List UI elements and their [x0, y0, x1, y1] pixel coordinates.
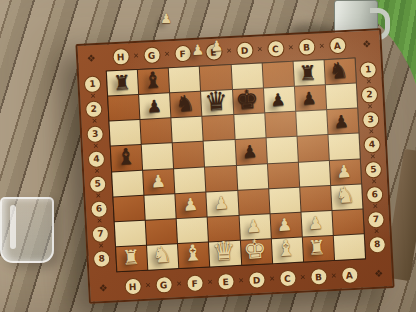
square-h6[interactable]	[113, 195, 144, 221]
rank-label-left-4: 4	[87, 150, 105, 168]
rank-label-right-5: 5	[364, 160, 382, 178]
light-bishop-c8[interactable]: ♝	[275, 237, 296, 260]
square-f5[interactable]	[174, 167, 205, 193]
square-e5[interactable]	[205, 165, 236, 191]
border-knot-decoration: ✕	[145, 282, 151, 290]
square-f7[interactable]	[177, 217, 208, 243]
captured-light-pawn-0[interactable]: ♟	[191, 42, 204, 57]
square-b4[interactable]	[297, 135, 328, 161]
file-label-top-A: A	[328, 37, 346, 55]
file-label-bottom-B: B	[309, 268, 327, 286]
square-a7[interactable]	[332, 209, 363, 235]
light-bishop-f8[interactable]: ♝	[183, 242, 204, 265]
border-corner-rosette: ❖	[86, 53, 96, 64]
light-pawn-f6[interactable]: ♟	[182, 196, 198, 214]
drinking-glass	[0, 197, 54, 263]
glass-highlight	[10, 205, 16, 249]
rank-label-right-2: 2	[361, 85, 379, 103]
border-knot-decoration: ✕	[288, 44, 294, 52]
border-knot-decoration: ✕	[368, 128, 374, 136]
square-c6[interactable]	[269, 187, 300, 213]
square-c1[interactable]	[262, 62, 293, 88]
square-b6[interactable]	[300, 186, 331, 212]
file-label-bottom-E: E	[217, 273, 235, 291]
border-knot-decoration: ✕	[366, 78, 372, 86]
square-g7[interactable]	[146, 219, 177, 245]
square-g4[interactable]	[142, 144, 173, 170]
square-a4[interactable]	[328, 134, 359, 160]
file-label-bottom-A: A	[340, 266, 358, 284]
file-label-top-D: D	[236, 41, 254, 59]
square-e3[interactable]	[203, 115, 234, 141]
border-knot-decoration: ✕	[97, 217, 103, 225]
table-captured-light-pawn-0[interactable]: ♟	[160, 12, 172, 25]
border-corner-rosette: ❖	[374, 268, 384, 279]
square-h2[interactable]	[108, 95, 139, 121]
rank-label-left-5: 5	[89, 175, 107, 193]
border-knot-decoration: ✕	[176, 280, 182, 288]
rank-label-left-6: 6	[90, 200, 108, 218]
dark-knight-a1[interactable]: ♞	[328, 59, 349, 82]
border-knot-decoration: ✕	[331, 272, 337, 280]
square-h7[interactable]	[115, 221, 146, 247]
square-h5[interactable]	[112, 170, 143, 196]
light-queen-e8[interactable]: ♛	[212, 237, 237, 264]
file-label-bottom-D: D	[248, 271, 266, 289]
square-c4[interactable]	[266, 137, 297, 163]
border-knot-decoration: ✕	[226, 47, 232, 55]
chess-board[interactable]: HH11✕✕✕✕GG22✕✕✕✕FF33✕✕✕✕EE44✕✕✕✕DD55✕✕✕✕…	[75, 28, 394, 304]
border-knot-decoration: ✕	[238, 277, 244, 285]
border-knot-decoration: ✕	[269, 275, 275, 283]
dark-queen-e2[interactable]: ♛	[204, 88, 229, 115]
border-knot-decoration: ✕	[98, 242, 104, 250]
square-g3[interactable]	[141, 119, 172, 145]
light-pawn-e6[interactable]: ♟	[213, 194, 229, 212]
file-label-bottom-H: H	[124, 278, 142, 296]
square-d3[interactable]	[234, 114, 265, 140]
square-f3[interactable]	[172, 117, 203, 143]
rank-label-right-3: 3	[362, 110, 380, 128]
light-pawn-a5[interactable]: ♟	[336, 163, 352, 181]
dark-rook-h1[interactable]: ♜	[113, 72, 132, 93]
square-d6[interactable]	[238, 189, 269, 215]
outdoor-scene: HH11✕✕✕✕GG22✕✕✕✕FF33✕✕✕✕EE44✕✕✕✕DD55✕✕✕✕…	[0, 0, 416, 312]
border-knot-decoration: ✕	[94, 167, 100, 175]
light-pawn-b7[interactable]: ♟	[308, 215, 324, 233]
rank-label-right-4: 4	[363, 135, 381, 153]
rank-label-left-1: 1	[84, 75, 102, 93]
rank-label-left-3: 3	[86, 125, 104, 143]
dark-pawn-c2[interactable]: ♟	[270, 91, 286, 109]
file-label-top-G: G	[143, 46, 161, 64]
rank-label-left-8: 8	[93, 250, 111, 268]
border-knot-decoration: ✕	[207, 278, 213, 286]
file-label-bottom-F: F	[186, 274, 204, 292]
light-king-d8[interactable]: ♚	[243, 236, 268, 263]
dark-knight-f2[interactable]: ♞	[175, 92, 196, 115]
captured-light-pawn-1[interactable]: ♟	[210, 38, 223, 53]
rank-label-right-8: 8	[368, 235, 386, 253]
light-rook-b8[interactable]: ♜	[307, 237, 326, 258]
dark-bishop-h4[interactable]: ♝	[115, 145, 136, 168]
border-knot-decoration: ✕	[319, 42, 325, 50]
light-pawn-g5[interactable]: ♟	[150, 173, 166, 191]
border-knot-decoration: ✕	[164, 50, 170, 58]
square-b5[interactable]	[299, 161, 330, 187]
square-f4[interactable]	[173, 142, 204, 168]
file-label-bottom-G: G	[155, 276, 173, 294]
border-knot-decoration: ✕	[133, 52, 139, 60]
light-rook-h8[interactable]: ♜	[122, 247, 141, 268]
square-a2[interactable]	[326, 84, 357, 110]
dark-king-d2[interactable]: ♚	[235, 86, 260, 113]
border-knot-decoration: ✕	[93, 142, 99, 150]
square-b3[interactable]	[296, 110, 327, 136]
file-label-top-F: F	[174, 45, 192, 63]
border-corner-rosette: ❖	[98, 282, 108, 293]
border-knot-decoration: ✕	[372, 203, 378, 211]
border-corner-rosette: ❖	[362, 38, 372, 49]
light-knight-g8[interactable]: ♞	[152, 244, 173, 267]
light-pawn-c7[interactable]: ♟	[277, 216, 293, 234]
dark-bishop-g1[interactable]: ♝	[142, 69, 163, 92]
rank-label-left-2: 2	[85, 100, 103, 118]
border-knot-decoration: ✕	[373, 228, 379, 236]
square-c5[interactable]	[268, 162, 299, 188]
border-knot-decoration: ✕	[257, 45, 263, 53]
dark-pawn-a3[interactable]: ♟	[333, 113, 349, 131]
border-knot-decoration: ✕	[300, 273, 306, 281]
square-d5[interactable]	[236, 164, 267, 190]
square-e4[interactable]	[204, 140, 235, 166]
dark-pawn-d4[interactable]: ♟	[242, 143, 258, 161]
light-pawn-d7[interactable]: ♟	[246, 218, 262, 236]
file-label-bottom-C: C	[279, 269, 297, 287]
square-a8[interactable]	[334, 234, 365, 260]
border-knot-decoration: ✕	[95, 192, 101, 200]
file-label-top-B: B	[297, 38, 315, 56]
file-label-top-H: H	[112, 48, 130, 66]
square-f1[interactable]	[169, 67, 200, 93]
dark-pawn-b2[interactable]: ♟	[301, 90, 317, 108]
border-knot-decoration: ✕	[91, 117, 97, 125]
dark-pawn-g2[interactable]: ♟	[146, 98, 162, 116]
rank-label-right-1: 1	[359, 60, 377, 78]
square-h3[interactable]	[110, 120, 141, 146]
rank-label-left-7: 7	[91, 225, 109, 243]
file-label-top-C: C	[266, 40, 284, 58]
border-knot-decoration: ✕	[371, 178, 377, 186]
dark-rook-b1[interactable]: ♜	[298, 62, 317, 83]
square-g6[interactable]	[145, 194, 176, 220]
border-knot-decoration: ✕	[367, 103, 373, 111]
light-knight-a6[interactable]: ♞	[335, 184, 356, 207]
border-knot-decoration: ✕	[90, 92, 96, 100]
border-knot-decoration: ✕	[370, 153, 376, 161]
rank-label-right-6: 6	[366, 185, 384, 203]
rank-label-right-7: 7	[367, 210, 385, 228]
square-c3[interactable]	[265, 112, 296, 138]
